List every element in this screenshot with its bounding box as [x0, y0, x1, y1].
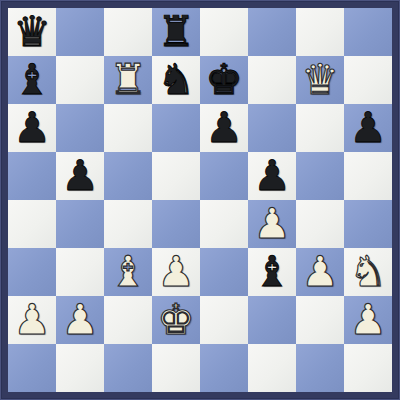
square-b1[interactable] [56, 344, 104, 392]
square-f6[interactable] [248, 104, 296, 152]
square-d8[interactable]: ♜ [152, 8, 200, 56]
square-d6[interactable] [152, 104, 200, 152]
black-king-e7[interactable]: ♚ [205, 56, 243, 104]
white-pawn-b2[interactable]: ♟ [61, 296, 99, 344]
square-e2[interactable] [200, 296, 248, 344]
white-pawn-h2[interactable]: ♟ [349, 296, 387, 344]
square-h6[interactable]: ♟ [344, 104, 392, 152]
square-f5[interactable]: ♟ [248, 152, 296, 200]
square-f1[interactable] [248, 344, 296, 392]
square-b6[interactable] [56, 104, 104, 152]
square-a5[interactable] [8, 152, 56, 200]
square-e4[interactable] [200, 200, 248, 248]
square-e8[interactable] [200, 8, 248, 56]
square-e3[interactable] [200, 248, 248, 296]
black-bishop-f3[interactable]: ♝ [253, 248, 291, 296]
square-b3[interactable] [56, 248, 104, 296]
square-h7[interactable] [344, 56, 392, 104]
black-pawn-h6[interactable]: ♟ [349, 104, 387, 152]
black-knight-d7[interactable]: ♞ [157, 56, 195, 104]
square-a4[interactable] [8, 200, 56, 248]
white-queen-g7[interactable]: ♛ [301, 56, 339, 104]
square-d2[interactable]: ♚ [152, 296, 200, 344]
square-c8[interactable] [104, 8, 152, 56]
square-g1[interactable] [296, 344, 344, 392]
black-pawn-b5[interactable]: ♟ [61, 152, 99, 200]
square-g6[interactable] [296, 104, 344, 152]
square-d5[interactable] [152, 152, 200, 200]
square-a7[interactable]: ♝ [8, 56, 56, 104]
square-f3[interactable]: ♝ [248, 248, 296, 296]
square-h8[interactable] [344, 8, 392, 56]
square-a8[interactable]: ♛ [8, 8, 56, 56]
square-c6[interactable] [104, 104, 152, 152]
square-a2[interactable]: ♟ [8, 296, 56, 344]
square-c4[interactable] [104, 200, 152, 248]
white-rook-c7[interactable]: ♜ [109, 56, 147, 104]
black-pawn-a6[interactable]: ♟ [13, 104, 51, 152]
square-h4[interactable] [344, 200, 392, 248]
square-g8[interactable] [296, 8, 344, 56]
square-d1[interactable] [152, 344, 200, 392]
black-pawn-f5[interactable]: ♟ [253, 152, 291, 200]
square-d7[interactable]: ♞ [152, 56, 200, 104]
square-e5[interactable] [200, 152, 248, 200]
square-f8[interactable] [248, 8, 296, 56]
square-g2[interactable] [296, 296, 344, 344]
square-b2[interactable]: ♟ [56, 296, 104, 344]
square-c2[interactable] [104, 296, 152, 344]
white-pawn-a2[interactable]: ♟ [13, 296, 51, 344]
black-rook-d8[interactable]: ♜ [157, 8, 195, 56]
square-a6[interactable]: ♟ [8, 104, 56, 152]
white-bishop-c3[interactable]: ♝ [109, 248, 147, 296]
black-queen-a8[interactable]: ♛ [13, 8, 51, 56]
square-c5[interactable] [104, 152, 152, 200]
chess-board: ♛♜♝♜♞♚♛♟♟♟♟♟♟♝♟♝♟♞♟♟♚♟ [8, 8, 392, 392]
square-f4[interactable]: ♟ [248, 200, 296, 248]
square-b5[interactable]: ♟ [56, 152, 104, 200]
square-e7[interactable]: ♚ [200, 56, 248, 104]
white-knight-h3[interactable]: ♞ [349, 248, 387, 296]
square-b7[interactable] [56, 56, 104, 104]
square-g7[interactable]: ♛ [296, 56, 344, 104]
square-e1[interactable] [200, 344, 248, 392]
square-f7[interactable] [248, 56, 296, 104]
black-bishop-a7[interactable]: ♝ [13, 56, 51, 104]
square-a3[interactable] [8, 248, 56, 296]
black-pawn-e6[interactable]: ♟ [205, 104, 243, 152]
square-g5[interactable] [296, 152, 344, 200]
square-d4[interactable] [152, 200, 200, 248]
square-c7[interactable]: ♜ [104, 56, 152, 104]
white-pawn-g3[interactable]: ♟ [301, 248, 339, 296]
square-g3[interactable]: ♟ [296, 248, 344, 296]
square-b8[interactable] [56, 8, 104, 56]
square-h1[interactable] [344, 344, 392, 392]
square-c3[interactable]: ♝ [104, 248, 152, 296]
square-f2[interactable] [248, 296, 296, 344]
square-e6[interactable]: ♟ [200, 104, 248, 152]
chess-board-frame: ♛♜♝♜♞♚♛♟♟♟♟♟♟♝♟♝♟♞♟♟♚♟ [0, 0, 400, 400]
square-g4[interactable] [296, 200, 344, 248]
square-b4[interactable] [56, 200, 104, 248]
white-pawn-f4[interactable]: ♟ [253, 200, 291, 248]
white-king-d2[interactable]: ♚ [157, 296, 195, 344]
square-h2[interactable]: ♟ [344, 296, 392, 344]
square-h3[interactable]: ♞ [344, 248, 392, 296]
white-pawn-d3[interactable]: ♟ [157, 248, 195, 296]
square-d3[interactable]: ♟ [152, 248, 200, 296]
square-h5[interactable] [344, 152, 392, 200]
square-a1[interactable] [8, 344, 56, 392]
square-c1[interactable] [104, 344, 152, 392]
